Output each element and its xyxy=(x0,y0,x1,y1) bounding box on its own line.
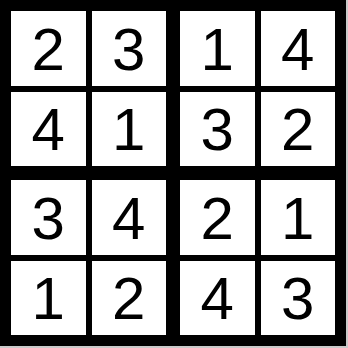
sudoku-cell-r2c1[interactable]: 4 xyxy=(11,92,86,167)
sudoku-cell-r2c2[interactable]: 1 xyxy=(92,92,167,167)
sudoku-box-bottom-left: 3 4 1 2 xyxy=(11,180,166,335)
sudoku-cell-r4c3[interactable]: 4 xyxy=(180,261,255,336)
sudoku-box-top-right: 1 4 3 2 xyxy=(180,11,335,166)
sudoku-cell-r3c1[interactable]: 3 xyxy=(11,180,86,255)
sudoku-cell-r4c1[interactable]: 1 xyxy=(11,261,86,336)
sudoku-cell-r2c4[interactable]: 2 xyxy=(261,92,336,167)
sudoku-cell-r3c3[interactable]: 2 xyxy=(180,180,255,255)
sudoku-cell-r3c4[interactable]: 1 xyxy=(261,180,336,255)
sudoku-cell-r1c1[interactable]: 2 xyxy=(11,11,86,86)
sudoku-cell-r4c4[interactable]: 3 xyxy=(261,261,336,336)
sudoku-cell-r4c2[interactable]: 2 xyxy=(92,261,167,336)
sudoku-cell-r2c3[interactable]: 3 xyxy=(180,92,255,167)
sudoku-cell-r1c4[interactable]: 4 xyxy=(261,11,336,86)
sudoku-box-bottom-right: 2 1 4 3 xyxy=(180,180,335,335)
sudoku-cell-r1c3[interactable]: 1 xyxy=(180,11,255,86)
sudoku-cell-r3c2[interactable]: 4 xyxy=(92,180,167,255)
sudoku-cell-r1c2[interactable]: 3 xyxy=(92,11,167,86)
sudoku-board: 2 3 4 1 1 4 3 2 3 4 1 2 2 1 4 3 xyxy=(0,0,346,346)
sudoku-box-top-left: 2 3 4 1 xyxy=(11,11,166,166)
sudoku-frame: 2 3 4 1 1 4 3 2 3 4 1 2 2 1 4 3 xyxy=(0,0,348,348)
